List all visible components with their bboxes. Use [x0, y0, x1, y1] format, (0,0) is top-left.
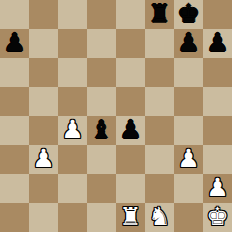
- square-b2[interactable]: [29, 174, 58, 203]
- square-h7[interactable]: ♟: [203, 29, 232, 58]
- square-a7[interactable]: ♟: [0, 29, 29, 58]
- piece-black-rook-f8[interactable]: ♜: [148, 0, 170, 28]
- square-g7[interactable]: ♟: [174, 29, 203, 58]
- square-f2[interactable]: [145, 174, 174, 203]
- square-h6[interactable]: [203, 58, 232, 87]
- piece-black-pawn-a7[interactable]: ♟: [3, 29, 25, 57]
- square-d6[interactable]: [87, 58, 116, 87]
- square-a4[interactable]: [0, 116, 29, 145]
- piece-white-pawn-b3[interactable]: ♟: [32, 145, 54, 173]
- square-f5[interactable]: [145, 87, 174, 116]
- square-a6[interactable]: [0, 58, 29, 87]
- square-e5[interactable]: [116, 87, 145, 116]
- square-g2[interactable]: [174, 174, 203, 203]
- square-d2[interactable]: [87, 174, 116, 203]
- square-h1[interactable]: ♚: [203, 203, 232, 232]
- square-f7[interactable]: [145, 29, 174, 58]
- square-f4[interactable]: [145, 116, 174, 145]
- square-h2[interactable]: ♟: [203, 174, 232, 203]
- square-c1[interactable]: [58, 203, 87, 232]
- square-g3[interactable]: ♟: [174, 145, 203, 174]
- square-c2[interactable]: [58, 174, 87, 203]
- square-c8[interactable]: [58, 0, 87, 29]
- piece-black-pawn-h7[interactable]: ♟: [206, 29, 228, 57]
- square-d7[interactable]: [87, 29, 116, 58]
- piece-white-pawn-h2[interactable]: ♟: [206, 174, 228, 202]
- square-g1[interactable]: [174, 203, 203, 232]
- piece-black-pawn-g7[interactable]: ♟: [177, 29, 199, 57]
- square-h8[interactable]: [203, 0, 232, 29]
- square-f1[interactable]: ♞: [145, 203, 174, 232]
- square-g5[interactable]: [174, 87, 203, 116]
- square-c4[interactable]: ♟: [58, 116, 87, 145]
- piece-black-pawn-e4[interactable]: ♟: [119, 116, 141, 144]
- square-d1[interactable]: [87, 203, 116, 232]
- square-h5[interactable]: [203, 87, 232, 116]
- square-b6[interactable]: [29, 58, 58, 87]
- square-c3[interactable]: [58, 145, 87, 174]
- piece-black-king-g8[interactable]: ♚: [177, 0, 199, 28]
- square-a3[interactable]: [0, 145, 29, 174]
- piece-black-bishop-d4[interactable]: ♝: [90, 116, 112, 144]
- square-h4[interactable]: [203, 116, 232, 145]
- piece-white-pawn-c4[interactable]: ♟: [61, 116, 83, 144]
- piece-white-king-h1[interactable]: ♚: [206, 203, 228, 231]
- piece-white-pawn-g3[interactable]: ♟: [177, 145, 199, 173]
- square-f8[interactable]: ♜: [145, 0, 174, 29]
- square-c5[interactable]: [58, 87, 87, 116]
- square-e1[interactable]: ♜: [116, 203, 145, 232]
- square-a8[interactable]: [0, 0, 29, 29]
- square-d3[interactable]: [87, 145, 116, 174]
- square-b4[interactable]: [29, 116, 58, 145]
- square-a1[interactable]: [0, 203, 29, 232]
- square-c6[interactable]: [58, 58, 87, 87]
- square-e2[interactable]: [116, 174, 145, 203]
- square-h3[interactable]: [203, 145, 232, 174]
- square-g4[interactable]: [174, 116, 203, 145]
- chess-board: ♜♚♟♟♟♟♝♟♟♟♟♜♞♚: [0, 0, 232, 232]
- square-f6[interactable]: [145, 58, 174, 87]
- square-e7[interactable]: [116, 29, 145, 58]
- square-e8[interactable]: [116, 0, 145, 29]
- square-d8[interactable]: [87, 0, 116, 29]
- square-a2[interactable]: [0, 174, 29, 203]
- square-e4[interactable]: ♟: [116, 116, 145, 145]
- square-e3[interactable]: [116, 145, 145, 174]
- piece-white-rook-e1[interactable]: ♜: [119, 203, 141, 231]
- square-c7[interactable]: [58, 29, 87, 58]
- square-g8[interactable]: ♚: [174, 0, 203, 29]
- square-b1[interactable]: [29, 203, 58, 232]
- square-g6[interactable]: [174, 58, 203, 87]
- square-b3[interactable]: ♟: [29, 145, 58, 174]
- square-f3[interactable]: [145, 145, 174, 174]
- square-b8[interactable]: [29, 0, 58, 29]
- piece-white-knight-f1[interactable]: ♞: [148, 203, 170, 231]
- square-e6[interactable]: [116, 58, 145, 87]
- square-b5[interactable]: [29, 87, 58, 116]
- square-d5[interactable]: [87, 87, 116, 116]
- square-a5[interactable]: [0, 87, 29, 116]
- square-b7[interactable]: [29, 29, 58, 58]
- chess-board-wrap: ♜♚♟♟♟♟♝♟♟♟♟♜♞♚: [0, 0, 232, 232]
- square-d4[interactable]: ♝: [87, 116, 116, 145]
